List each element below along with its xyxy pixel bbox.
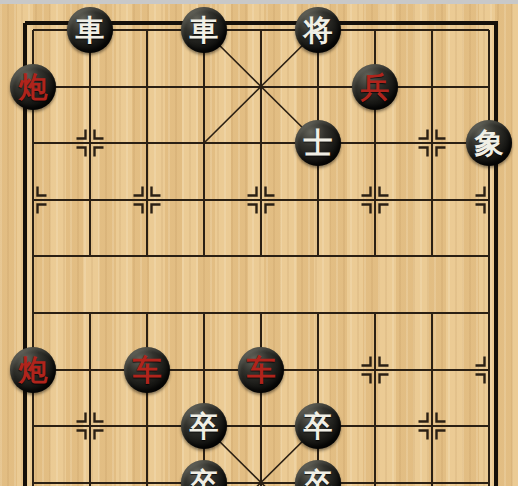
xiangqi-board: 車車将炮兵士象炮车车卒卒卒卒 xyxy=(0,0,518,486)
position-marker xyxy=(437,431,446,440)
position-marker xyxy=(476,187,485,196)
position-marker xyxy=(362,357,371,366)
piece-black-elephant[interactable]: 象 xyxy=(466,120,512,166)
position-marker xyxy=(419,413,428,422)
piece-red-chariot[interactable]: 车 xyxy=(238,347,284,393)
position-marker xyxy=(437,148,446,157)
piece-black-soldier[interactable]: 卒 xyxy=(295,403,341,449)
position-marker xyxy=(77,431,86,440)
position-marker xyxy=(152,205,161,214)
position-marker xyxy=(266,205,275,214)
position-marker xyxy=(362,375,371,384)
piece-red-cannon[interactable]: 炮 xyxy=(10,64,56,110)
board-grid xyxy=(0,0,518,486)
piece-red-soldier[interactable]: 兵 xyxy=(352,64,398,110)
position-marker xyxy=(95,130,104,139)
position-marker xyxy=(476,205,485,214)
position-marker xyxy=(437,413,446,422)
position-marker xyxy=(95,413,104,422)
piece-black-chariot[interactable]: 車 xyxy=(181,7,227,53)
position-marker xyxy=(95,431,104,440)
position-marker xyxy=(476,357,485,366)
position-marker xyxy=(380,205,389,214)
position-marker xyxy=(419,130,428,139)
piece-red-chariot[interactable]: 车 xyxy=(124,347,170,393)
position-marker xyxy=(134,205,143,214)
position-marker xyxy=(152,187,161,196)
position-marker xyxy=(266,187,275,196)
position-marker xyxy=(77,413,86,422)
position-marker xyxy=(38,205,47,214)
position-marker xyxy=(419,431,428,440)
position-marker xyxy=(476,375,485,384)
position-marker xyxy=(362,187,371,196)
position-marker xyxy=(437,130,446,139)
position-marker xyxy=(77,130,86,139)
position-marker xyxy=(380,187,389,196)
piece-black-advisor[interactable]: 士 xyxy=(295,120,341,166)
position-marker xyxy=(77,148,86,157)
position-marker xyxy=(95,148,104,157)
position-marker xyxy=(419,148,428,157)
position-marker xyxy=(248,187,257,196)
position-marker xyxy=(38,187,47,196)
position-marker xyxy=(362,205,371,214)
position-marker xyxy=(380,375,389,384)
piece-red-cannon[interactable]: 炮 xyxy=(10,347,56,393)
piece-black-chariot[interactable]: 車 xyxy=(67,7,113,53)
position-marker xyxy=(248,205,257,214)
piece-black-soldier[interactable]: 卒 xyxy=(181,403,227,449)
position-marker xyxy=(134,187,143,196)
piece-black-general[interactable]: 将 xyxy=(295,7,341,53)
position-marker xyxy=(380,357,389,366)
